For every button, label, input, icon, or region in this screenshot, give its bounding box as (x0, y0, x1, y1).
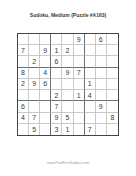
cell-r8c7 (85, 113, 96, 124)
cell-r7c5 (62, 101, 73, 112)
cell-r3c7 (85, 56, 96, 67)
cell-r8c3 (40, 113, 51, 124)
cell-r2c3: 9 (40, 45, 51, 56)
cell-r1c9 (107, 34, 118, 45)
cell-r9c7: 7 (85, 124, 96, 135)
cell-r2c6 (74, 45, 85, 56)
cell-r5c9 (107, 79, 118, 90)
cell-r2c5: 2 (62, 45, 73, 56)
cell-r8c1: 4 (18, 113, 29, 124)
cell-r1c4 (51, 34, 62, 45)
cell-r9c1 (18, 124, 29, 135)
cell-r6c3 (40, 90, 51, 101)
cell-r1c8: 6 (96, 34, 107, 45)
cell-r4c2 (29, 68, 40, 79)
cell-r6c2 (29, 90, 40, 101)
cell-r6c9 (107, 90, 118, 101)
cell-r7c6 (74, 101, 85, 112)
cell-r9c4: 3 (51, 124, 62, 135)
cell-r4c3: 4 (40, 68, 51, 79)
cell-r7c4: 7 (51, 101, 62, 112)
cell-r4c1: 8 (18, 68, 29, 79)
cell-r4c4 (51, 68, 62, 79)
cell-r6c5 (62, 90, 73, 101)
cell-r4c6: 7 (74, 68, 85, 79)
cell-r3c1 (18, 56, 29, 67)
cell-r6c7: 4 (85, 90, 96, 101)
cell-r6c6: 1 (74, 90, 85, 101)
cell-r8c4: 9 (51, 113, 62, 124)
cell-r2c4: 1 (51, 45, 62, 56)
cell-r9c8 (96, 124, 107, 135)
cell-r3c5 (62, 56, 73, 67)
cell-r2c9 (107, 45, 118, 56)
cell-r4c9 (107, 68, 118, 79)
cell-r9c3 (40, 124, 51, 135)
cell-r5c1: 2 (18, 79, 29, 90)
cell-r4c5: 9 (62, 68, 73, 79)
puzzle-title: Sudoku, Medium (Puzzle #A163) (0, 11, 136, 19)
cell-r5c7: 1 (85, 79, 96, 90)
cell-r7c9 (107, 101, 118, 112)
cell-r9c5: 1 (62, 124, 73, 135)
cell-r2c7 (85, 45, 96, 56)
cell-r5c4 (51, 79, 62, 90)
cell-r1c2 (29, 34, 40, 45)
cell-r5c5 (62, 79, 73, 90)
cell-r7c1: 6 (18, 101, 29, 112)
cell-r6c4: 2 (51, 90, 62, 101)
cell-r7c8: 9 (96, 101, 107, 112)
cell-r5c8 (96, 79, 107, 90)
cell-r8c2: 7 (29, 113, 40, 124)
cell-r3c3 (40, 56, 51, 67)
cell-r3c6 (74, 56, 85, 67)
cell-r1c3 (40, 34, 51, 45)
cell-r8c8 (96, 113, 107, 124)
cell-r8c9: 8 (107, 113, 118, 124)
cell-r3c9 (107, 56, 118, 67)
cell-r9c9 (107, 124, 118, 135)
cell-r5c3: 6 (40, 79, 51, 90)
cell-r7c2 (29, 101, 40, 112)
cell-r4c8 (96, 68, 107, 79)
cell-r8c6 (74, 113, 85, 124)
cell-r1c5 (62, 34, 73, 45)
cell-r2c2 (29, 45, 40, 56)
cell-r5c6 (74, 79, 85, 90)
cell-r3c2: 2 (29, 56, 40, 67)
sudoku-grid: 9679122684972961214679479585317 (17, 33, 119, 136)
cell-r1c6: 9 (74, 34, 85, 45)
cell-r4c7 (85, 68, 96, 79)
cell-r1c7 (85, 34, 96, 45)
cell-r6c1 (18, 90, 29, 101)
cell-r6c8 (96, 90, 107, 101)
footer-url: www.PrintFreeSudoku.com (0, 160, 136, 166)
cell-r9c2: 5 (29, 124, 40, 135)
cell-r2c8 (96, 45, 107, 56)
cell-r2c1: 7 (18, 45, 29, 56)
cell-r5c2: 9 (29, 79, 40, 90)
cell-r3c8 (96, 56, 107, 67)
cell-r7c7 (85, 101, 96, 112)
cell-r3c4: 6 (51, 56, 62, 67)
cell-r7c3 (40, 101, 51, 112)
cell-r1c1 (18, 34, 29, 45)
cell-r8c5: 5 (62, 113, 73, 124)
cell-r9c6 (74, 124, 85, 135)
